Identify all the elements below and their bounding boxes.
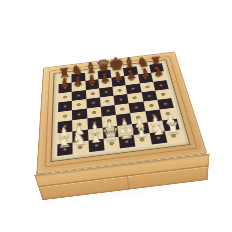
peg-hole bbox=[156, 75, 160, 78]
peg-hole bbox=[155, 67, 158, 69]
peg-hole bbox=[118, 89, 122, 92]
peg-hole bbox=[156, 136, 160, 139]
peg-hole bbox=[89, 75, 93, 78]
board-grid bbox=[57, 63, 183, 156]
square-g3 bbox=[145, 110, 162, 122]
peg-hole bbox=[123, 128, 128, 132]
peg-hole bbox=[125, 140, 129, 143]
wooden-box: ♜♞♝♛♚♝♞♜♟♟♟♟♟♟♟♟♟♟♟♟♟♟♟♟♜♞♝♛♚♝♞♜ bbox=[36, 52, 207, 175]
square-e3 bbox=[116, 113, 132, 125]
square-f2 bbox=[132, 122, 149, 135]
peg-hole bbox=[153, 125, 158, 129]
square-a2 bbox=[57, 131, 72, 144]
peg-hole bbox=[93, 122, 96, 125]
square-f3 bbox=[130, 112, 147, 124]
square-c3 bbox=[87, 117, 102, 129]
peg-hole bbox=[171, 134, 176, 138]
peg-hole bbox=[136, 116, 141, 119]
peg-hole bbox=[92, 111, 96, 114]
peg-hole bbox=[161, 93, 166, 96]
square-b1 bbox=[73, 140, 89, 154]
square-h3 bbox=[159, 108, 176, 120]
peg-hole bbox=[63, 78, 67, 81]
peg-hole bbox=[147, 95, 150, 97]
square-a1 bbox=[57, 142, 73, 156]
peg-hole bbox=[92, 102, 95, 104]
square-g1 bbox=[149, 131, 167, 144]
peg-hole bbox=[122, 118, 125, 121]
peg-hole bbox=[63, 136, 67, 140]
peg-hole bbox=[79, 134, 82, 137]
square-d2 bbox=[102, 126, 118, 139]
peg-hole bbox=[77, 94, 80, 96]
peg-hole bbox=[166, 112, 171, 115]
square-g2 bbox=[147, 120, 164, 133]
peg-hole bbox=[106, 110, 109, 112]
peg-hole bbox=[103, 73, 106, 75]
peg-hole bbox=[64, 87, 67, 89]
square-b4 bbox=[72, 109, 87, 121]
peg-hole bbox=[107, 119, 111, 122]
square-c2 bbox=[87, 127, 103, 140]
peg-hole bbox=[120, 108, 124, 111]
square-d1 bbox=[103, 137, 120, 151]
square-e2 bbox=[117, 124, 134, 137]
drawer-notch bbox=[127, 176, 130, 189]
peg-hole bbox=[77, 77, 80, 79]
peg-hole bbox=[90, 92, 94, 95]
chess-set: ♜♞♝♛♚♝♞♜♟♟♟♟♟♟♟♟♟♟♟♟♟♟♟♟♜♞♝♛♚♝♞♜ bbox=[0, 0, 232, 232]
square-d3 bbox=[101, 115, 117, 127]
peg-hole bbox=[115, 71, 119, 74]
peg-hole bbox=[94, 144, 97, 147]
peg-hole bbox=[159, 84, 162, 86]
peg-hole bbox=[119, 98, 122, 100]
peg-hole bbox=[144, 77, 147, 79]
peg-hole bbox=[130, 78, 134, 81]
peg-hole bbox=[149, 104, 154, 107]
peg-hole bbox=[63, 115, 67, 118]
peg-hole bbox=[139, 127, 143, 130]
square-h1 bbox=[164, 129, 182, 142]
square-g4 bbox=[143, 100, 159, 112]
square-e4 bbox=[115, 103, 131, 115]
peg-hole bbox=[103, 81, 107, 84]
peg-hole bbox=[77, 85, 81, 88]
scene: ♜♞♝♛♚♝♞♜♟♟♟♟♟♟♟♟♟♟♟♟♟♟♟♟♜♞♝♛♚♝♞♜ bbox=[10, 0, 219, 213]
square-d4 bbox=[101, 105, 116, 117]
product-photo-chess-set: ♜♞♝♛♚♝♞♜♟♟♟♟♟♟♟♟♟♟♟♟♟♟♟♟♜♞♝♛♚♝♞♜ bbox=[0, 0, 232, 232]
peg-hole bbox=[78, 113, 81, 115]
peg-hole bbox=[64, 125, 67, 128]
peg-hole bbox=[164, 103, 168, 105]
peg-hole bbox=[63, 148, 66, 151]
peg-hole bbox=[90, 83, 93, 85]
peg-hole bbox=[78, 123, 82, 126]
peg-hole bbox=[117, 80, 120, 82]
peg-hole bbox=[141, 68, 145, 71]
peg-hole bbox=[105, 100, 109, 103]
square-a3 bbox=[58, 120, 73, 132]
square-h2 bbox=[162, 118, 180, 131]
square-a4 bbox=[58, 110, 73, 122]
peg-hole bbox=[109, 131, 112, 134]
peg-hole bbox=[129, 70, 132, 72]
peg-hole bbox=[133, 96, 137, 99]
peg-hole bbox=[93, 132, 97, 136]
peg-hole bbox=[169, 123, 173, 126]
peg-hole bbox=[105, 91, 108, 93]
peg-hole bbox=[140, 138, 145, 142]
peg-hole bbox=[151, 114, 155, 117]
peg-hole bbox=[109, 142, 114, 146]
peg-hole bbox=[64, 105, 67, 107]
peg-hole bbox=[145, 85, 149, 88]
peg-hole bbox=[78, 145, 82, 149]
peg-hole bbox=[63, 95, 67, 98]
peg-hole bbox=[132, 87, 135, 89]
square-b3 bbox=[72, 119, 87, 131]
peg-hole bbox=[135, 106, 138, 108]
square-b2 bbox=[73, 129, 88, 142]
peg-hole bbox=[77, 103, 81, 106]
